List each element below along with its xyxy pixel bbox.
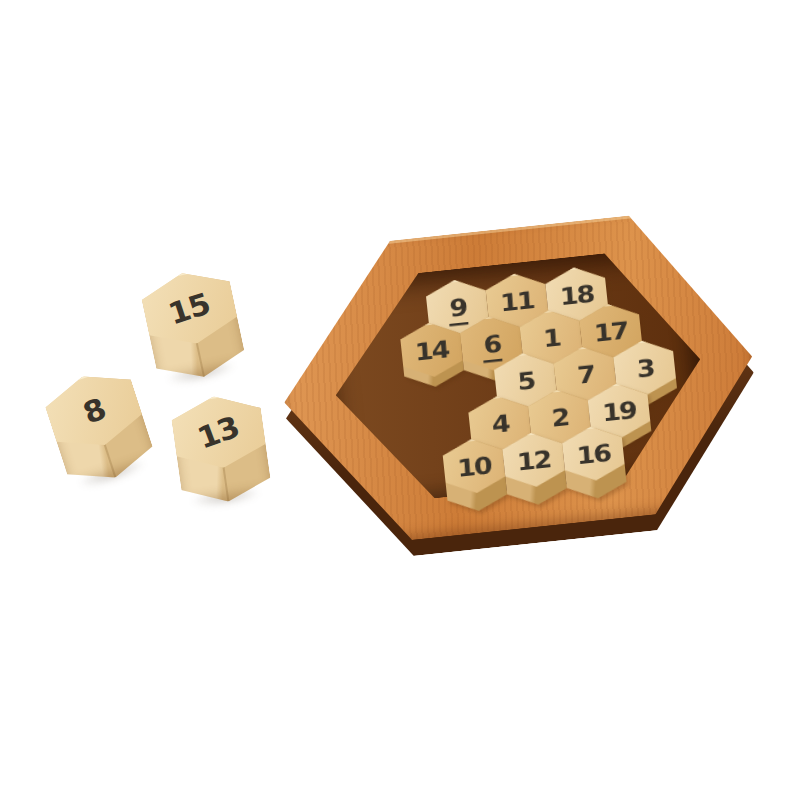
tile-number: 13 (194, 412, 243, 453)
tile-number: 3 (636, 355, 654, 380)
tile-number: 1 (542, 325, 560, 350)
puzzle-board: 911181461175734219101216 (269, 204, 770, 569)
tile-number: 17 (593, 317, 628, 344)
board-cell-r4c2: 16 (561, 424, 626, 484)
board-grid: 911181461175734219101216 (365, 258, 684, 488)
photo-canvas: 15813 911181461175734219101216 (0, 0, 800, 800)
tile-number: 4 (491, 410, 509, 435)
tile-number: 5 (516, 368, 534, 393)
tile-number: 14 (414, 336, 449, 363)
board-cell-r4c1: 12 (501, 430, 566, 490)
tile-number: 9 (447, 294, 467, 320)
tile-16[interactable]: 16 (561, 424, 628, 502)
loose-tile-13[interactable]: 13 (169, 390, 273, 507)
tile-number: 12 (516, 446, 551, 473)
tile-number: 10 (457, 453, 492, 480)
tile-number: 2 (550, 404, 568, 429)
tile-number: 18 (559, 281, 594, 308)
tile-number: 19 (602, 397, 637, 424)
loose-tile-15[interactable]: 15 (138, 264, 248, 386)
tile-number: 11 (499, 287, 534, 314)
loose-tile-8[interactable]: 8 (40, 363, 158, 492)
tile-number: 15 (165, 288, 213, 328)
tile-number: 8 (79, 393, 109, 428)
tile-12[interactable]: 12 (501, 430, 568, 508)
tile-10[interactable]: 10 (441, 436, 508, 514)
tile-number: 7 (576, 361, 594, 386)
tile-number: 16 (576, 440, 611, 467)
tile-number: 6 (481, 331, 501, 357)
board-cell-r4c0: 10 (441, 436, 506, 496)
